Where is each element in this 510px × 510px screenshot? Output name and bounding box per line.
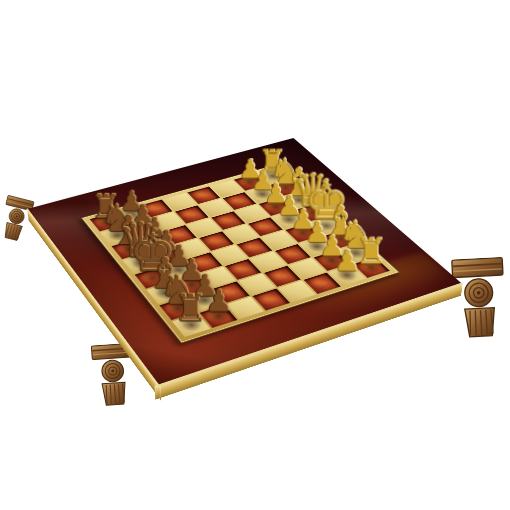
scene: ♜♞♝♛♚♝♞♜♟♟♟♟♟♟♟♟♟♟♟♟♟♟♟♟♜♞♝♛♚♝♞♜ [0,0,510,510]
square-h7[interactable]: ♟ [328,265,365,286]
chess-set-photo: ♜♞♝♛♚♝♞♜♟♟♟♟♟♟♟♟♟♟♟♟♟♟♟♟♜♞♝♛♚♝♞♜ [0,0,510,510]
chess-board: ♜♞♝♛♚♝♞♜♟♟♟♟♟♟♟♟♟♟♟♟♟♟♟♟♜♞♝♛♚♝♞♜ [26,138,462,386]
piece-gold-pawn[interactable]: ♟ [324,248,370,276]
piece-bronze-rook[interactable]: ♜ [167,290,215,325]
